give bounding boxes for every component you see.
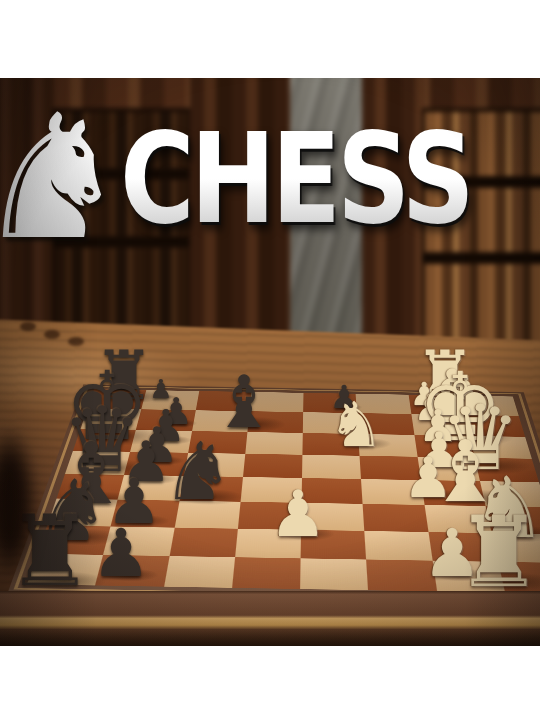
chess-piece-wr-a1: ♜ [455,503,540,601]
logo-knight-icon: ♞ [0,92,129,267]
chess-piece-bn-c6: ♞ [162,432,234,512]
game-title: CHESS [120,117,471,241]
cover-artwork: ♞ CHESS ♟♟♜♜♟♟♟♝♟♝♚♟♚♟♞♟♟♛♛♟♟♞♝♝♟♟♞♞♟♟♜♜ [0,78,540,646]
chess-piece-wp-b5: ♟ [269,482,326,546]
page: { "game": "chess", "app": { "type": "gam… [0,0,540,720]
chess-piece-bp-a7: ♟ [91,521,150,587]
chess-piece-wn-e4: ♞ [328,394,384,456]
blurred-foreground-piece [0,428,36,578]
